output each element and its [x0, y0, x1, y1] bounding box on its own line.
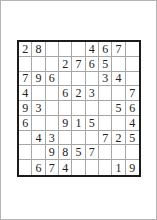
cell-r5c2[interactable]: 3 — [32, 101, 45, 116]
cell-r5c5[interactable] — [72, 101, 85, 116]
cell-r8c6[interactable]: 7 — [86, 145, 99, 160]
cell-r7c9[interactable]: 5 — [126, 131, 139, 146]
cell-r1c6[interactable]: 4 — [86, 42, 99, 57]
cell-r8c3[interactable]: 9 — [46, 145, 59, 160]
cell-r1c4[interactable] — [59, 42, 72, 57]
cell-r2c4[interactable]: 2 — [59, 57, 72, 72]
cell-r4c4[interactable]: 6 — [59, 86, 72, 101]
cell-r7c4[interactable] — [59, 131, 72, 146]
cell-r6c7[interactable] — [99, 116, 112, 131]
cell-r1c7[interactable]: 6 — [99, 42, 112, 57]
cell-r3c6[interactable] — [86, 72, 99, 87]
cell-r3c3[interactable]: 6 — [46, 72, 59, 87]
cell-r4c1[interactable]: 4 — [19, 86, 32, 101]
cell-r9c4[interactable]: 4 — [59, 160, 72, 175]
cell-r6c5[interactable]: 1 — [72, 116, 85, 131]
cell-r6c6[interactable]: 5 — [86, 116, 99, 131]
cell-r7c3[interactable]: 3 — [46, 131, 59, 146]
cell-r4c6[interactable]: 3 — [86, 86, 99, 101]
cell-r2c7[interactable]: 5 — [99, 57, 112, 72]
cell-r2c3[interactable] — [46, 57, 59, 72]
cell-r7c8[interactable]: 2 — [112, 131, 125, 146]
cell-r4c2[interactable] — [32, 86, 45, 101]
cell-r3c8[interactable]: 4 — [112, 72, 125, 87]
cell-r2c1[interactable] — [19, 57, 32, 72]
cell-r2c5[interactable]: 7 — [72, 57, 85, 72]
cell-r9c9[interactable]: 9 — [126, 160, 139, 175]
cell-r3c7[interactable]: 3 — [99, 72, 112, 87]
cell-r7c7[interactable]: 7 — [99, 131, 112, 146]
cell-r1c3[interactable] — [46, 42, 59, 57]
cell-r9c7[interactable] — [99, 160, 112, 175]
cell-r8c5[interactable]: 5 — [72, 145, 85, 160]
cell-r6c1[interactable]: 6 — [19, 116, 32, 131]
cell-r5c4[interactable] — [59, 101, 72, 116]
cell-r1c2[interactable]: 8 — [32, 42, 45, 57]
cell-r2c2[interactable] — [32, 57, 45, 72]
cell-r8c7[interactable] — [99, 145, 112, 160]
cell-r4c7[interactable] — [99, 86, 112, 101]
cell-r3c9[interactable] — [126, 72, 139, 87]
cell-r4c3[interactable] — [46, 86, 59, 101]
cell-r5c1[interactable]: 9 — [19, 101, 32, 116]
cell-r9c2[interactable]: 6 — [32, 160, 45, 175]
cell-r8c2[interactable] — [32, 145, 45, 160]
cell-r6c8[interactable] — [112, 116, 125, 131]
cell-r4c8[interactable] — [112, 86, 125, 101]
cell-r3c2[interactable]: 9 — [32, 72, 45, 87]
cell-r2c6[interactable]: 6 — [86, 57, 99, 72]
cell-r5c3[interactable] — [46, 101, 59, 116]
cell-r8c4[interactable]: 8 — [59, 145, 72, 160]
cell-r3c4[interactable] — [59, 72, 72, 87]
cell-r7c6[interactable] — [86, 131, 99, 146]
cell-r6c4[interactable]: 9 — [59, 116, 72, 131]
cell-r3c5[interactable] — [72, 72, 85, 87]
cell-r4c9[interactable]: 7 — [126, 86, 139, 101]
cell-r6c2[interactable] — [32, 116, 45, 131]
cell-r8c8[interactable] — [112, 145, 125, 160]
cell-r9c6[interactable] — [86, 160, 99, 175]
cell-r9c3[interactable]: 7 — [46, 160, 59, 175]
cell-r7c2[interactable]: 4 — [32, 131, 45, 146]
cell-r1c5[interactable] — [72, 42, 85, 57]
cell-r8c9[interactable] — [126, 145, 139, 160]
sudoku-board: 2846727657963446237935669154437259857674… — [17, 40, 141, 177]
cell-r3c1[interactable]: 7 — [19, 72, 32, 87]
cell-r6c3[interactable] — [46, 116, 59, 131]
cell-r1c8[interactable]: 7 — [112, 42, 125, 57]
cell-r9c5[interactable] — [72, 160, 85, 175]
cell-r5c9[interactable]: 6 — [126, 101, 139, 116]
cell-r2c8[interactable] — [112, 57, 125, 72]
cell-r9c8[interactable]: 1 — [112, 160, 125, 175]
cell-r2c9[interactable] — [126, 57, 139, 72]
cell-r1c1[interactable]: 2 — [19, 42, 32, 57]
cell-r5c7[interactable] — [99, 101, 112, 116]
cell-r8c1[interactable] — [19, 145, 32, 160]
cell-r9c1[interactable] — [19, 160, 32, 175]
cell-r5c8[interactable]: 5 — [112, 101, 125, 116]
cell-r1c9[interactable] — [126, 42, 139, 57]
cell-r7c5[interactable] — [72, 131, 85, 146]
cell-r7c1[interactable] — [19, 131, 32, 146]
sudoku-page: 2846727657963446237935669154437259857674… — [0, 0, 157, 220]
cell-r5c6[interactable] — [86, 101, 99, 116]
cell-r6c9[interactable]: 4 — [126, 116, 139, 131]
cell-r4c5[interactable]: 2 — [72, 86, 85, 101]
